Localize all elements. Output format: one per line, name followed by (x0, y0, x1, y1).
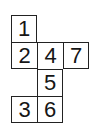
puzzle-board: 1 2 4 7 5 3 6 (11, 15, 89, 123)
grid-cell-r3c1: 6 (37, 96, 63, 123)
grid-cell-r3c0: 3 (11, 96, 37, 123)
puzzle-figure: 1 2 4 7 5 3 6 (0, 0, 102, 133)
grid-cell-r0c0: 1 (11, 15, 37, 42)
grid-cell-r2c1: 5 (37, 69, 63, 96)
grid-cell-r1c1: 4 (37, 42, 63, 69)
grid-cell-r1c0: 2 (11, 42, 37, 69)
grid-cell-r1c2: 7 (63, 42, 89, 69)
